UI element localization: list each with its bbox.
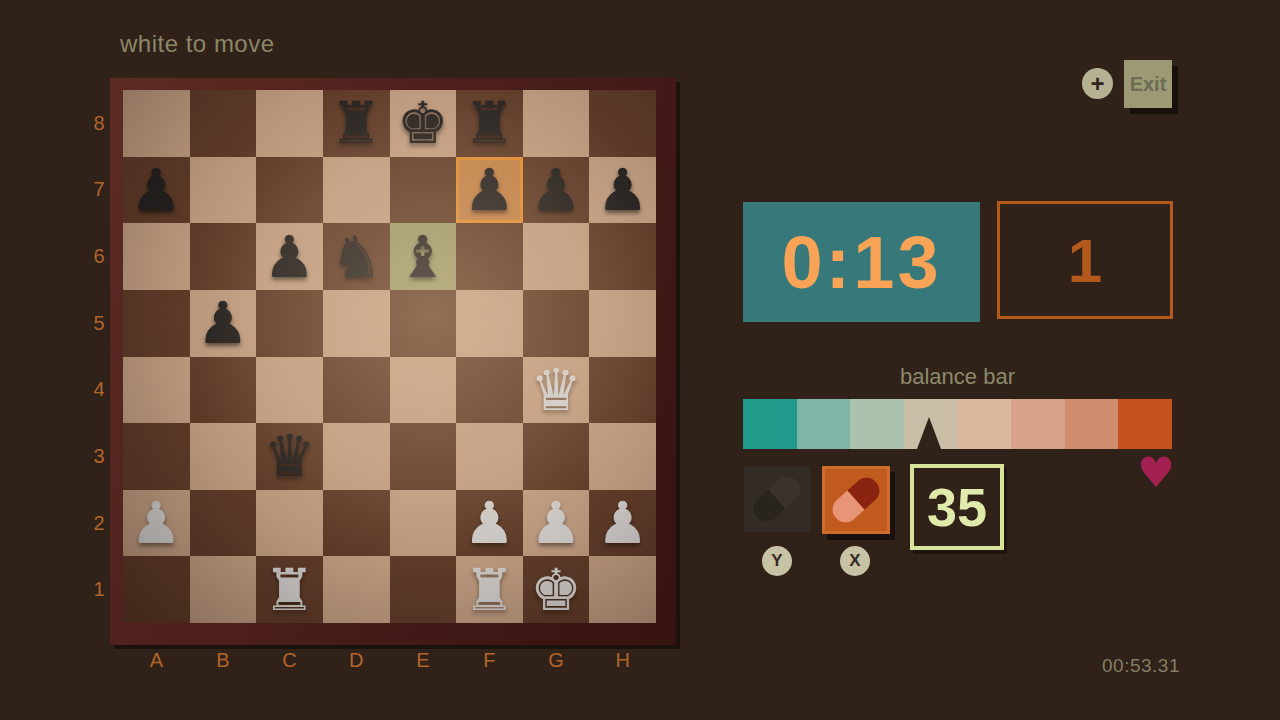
rank-label-1: 1 [88, 556, 110, 623]
square-f8[interactable]: ♜ [456, 90, 523, 157]
square-a6[interactable] [123, 223, 190, 290]
pill-orange-button[interactable] [822, 466, 890, 534]
square-b1[interactable] [190, 556, 257, 623]
square-c7[interactable] [256, 157, 323, 224]
square-a1[interactable] [123, 556, 190, 623]
square-g1[interactable]: ♚ [523, 556, 590, 623]
square-e2[interactable] [390, 490, 457, 557]
square-g5[interactable] [523, 290, 590, 357]
file-labels: ABCDEFGH [123, 648, 656, 672]
square-c5[interactable] [256, 290, 323, 357]
square-h2[interactable]: ♟ [589, 490, 656, 557]
rank-label-6: 6 [88, 223, 110, 290]
square-c1[interactable]: ♜ [256, 556, 323, 623]
square-e6[interactable]: ♝ [390, 223, 457, 290]
square-c2[interactable] [256, 490, 323, 557]
gamepad-y-badge: Y [762, 546, 792, 576]
piece-black-knight-d6[interactable]: ♞ [330, 228, 382, 286]
file-label-g: G [523, 648, 590, 672]
square-b2[interactable] [190, 490, 257, 557]
balance-segment-6 [1011, 399, 1065, 449]
square-g7[interactable]: ♟ [523, 157, 590, 224]
square-c8[interactable] [256, 90, 323, 157]
square-f1[interactable]: ♜ [456, 556, 523, 623]
square-g8[interactable] [523, 90, 590, 157]
rank-label-3: 3 [88, 423, 110, 490]
plus-icon: + [1090, 70, 1104, 98]
square-c6[interactable]: ♟ [256, 223, 323, 290]
rank-label-2: 2 [88, 490, 110, 557]
piece-white-queen-g4[interactable]: ♛ [530, 361, 582, 419]
square-e4[interactable] [390, 357, 457, 424]
piece-black-king-e8[interactable]: ♚ [397, 94, 449, 152]
piece-white-pawn-h2[interactable]: ♟ [597, 494, 649, 552]
piece-black-pawn-b5[interactable]: ♟ [197, 294, 249, 352]
plus-button[interactable]: + [1082, 68, 1113, 99]
rank-label-7: 7 [88, 157, 110, 224]
square-e7[interactable] [390, 157, 457, 224]
square-g6[interactable] [523, 223, 590, 290]
pill-count-value: 35 [927, 476, 987, 538]
square-h3[interactable] [589, 423, 656, 490]
move-clock-value: 0:13 [781, 220, 941, 305]
square-b3[interactable] [190, 423, 257, 490]
move-counter: 1 [997, 201, 1173, 319]
square-h4[interactable] [589, 357, 656, 424]
piece-black-pawn-h7[interactable]: ♟ [597, 161, 649, 219]
chess-board-frame: ♜♚♜♟♟♟♟♟♞♝♟♛♛♟♟♟♟♜♜♚ [110, 78, 676, 645]
square-b6[interactable] [190, 223, 257, 290]
exit-button-label: Exit [1130, 73, 1167, 96]
piece-white-pawn-f2[interactable]: ♟ [463, 494, 515, 552]
pill-count: 35 [910, 464, 1004, 550]
square-g2[interactable]: ♟ [523, 490, 590, 557]
square-d8[interactable]: ♜ [323, 90, 390, 157]
square-e5[interactable] [390, 290, 457, 357]
rank-label-8: 8 [88, 90, 110, 157]
piece-black-bishop-e6[interactable]: ♝ [397, 228, 449, 286]
balance-segment-1 [743, 399, 797, 449]
piece-white-rook-c1[interactable]: ♜ [264, 561, 316, 619]
square-c4[interactable] [256, 357, 323, 424]
square-f3[interactable] [456, 423, 523, 490]
square-d7[interactable] [323, 157, 390, 224]
square-h8[interactable] [589, 90, 656, 157]
piece-white-pawn-g2[interactable]: ♟ [530, 494, 582, 552]
exit-button[interactable]: Exit [1124, 60, 1172, 108]
square-a8[interactable] [123, 90, 190, 157]
pill-dark-icon [748, 471, 806, 526]
square-g4[interactable]: ♛ [523, 357, 590, 424]
piece-black-queen-c3[interactable]: ♛ [264, 427, 316, 485]
piece-black-rook-f8[interactable]: ♜ [463, 94, 515, 152]
square-f6[interactable] [456, 223, 523, 290]
square-g3[interactable] [523, 423, 590, 490]
square-f5[interactable] [456, 290, 523, 357]
balance-segment-3 [850, 399, 904, 449]
gamepad-y-label: Y [771, 551, 782, 571]
gamepad-x-label: X [849, 551, 860, 571]
square-c3[interactable]: ♛ [256, 423, 323, 490]
piece-white-king-g1[interactable]: ♚ [530, 561, 582, 619]
chess-board[interactable]: ♜♚♜♟♟♟♟♟♞♝♟♛♛♟♟♟♟♜♜♚ [123, 90, 656, 623]
balance-segment-5 [958, 399, 1012, 449]
piece-black-pawn-f7[interactable]: ♟ [463, 161, 515, 219]
square-e3[interactable] [390, 423, 457, 490]
file-label-e: E [390, 648, 457, 672]
square-b4[interactable] [190, 357, 257, 424]
piece-white-rook-f1[interactable]: ♜ [463, 561, 515, 619]
square-d1[interactable] [323, 556, 390, 623]
square-f4[interactable] [456, 357, 523, 424]
rank-label-4: 4 [88, 357, 110, 424]
piece-black-rook-d8[interactable]: ♜ [330, 94, 382, 152]
square-h7[interactable]: ♟ [589, 157, 656, 224]
file-label-a: A [123, 648, 190, 672]
rank-labels: 87654321 [88, 90, 110, 623]
gamepad-x-badge: X [840, 546, 870, 576]
square-f2[interactable]: ♟ [456, 490, 523, 557]
file-label-h: H [589, 648, 656, 672]
piece-white-pawn-a2[interactable]: ♟ [130, 494, 182, 552]
file-label-c: C [256, 648, 323, 672]
square-b5[interactable]: ♟ [190, 290, 257, 357]
square-a2[interactable]: ♟ [123, 490, 190, 557]
piece-black-pawn-c6[interactable]: ♟ [264, 228, 316, 286]
piece-black-pawn-g7[interactable]: ♟ [530, 161, 582, 219]
square-h5[interactable] [589, 290, 656, 357]
file-label-f: F [456, 648, 523, 672]
pill-dark-button[interactable] [744, 466, 810, 532]
square-a7[interactable]: ♟ [123, 157, 190, 224]
square-a5[interactable] [123, 290, 190, 357]
file-label-d: D [323, 648, 390, 672]
balance-bar [743, 399, 1172, 449]
balance-bar-label: balance bar [743, 364, 1172, 390]
heart-icon: ♥ [1137, 452, 1175, 494]
piece-black-pawn-a7[interactable]: ♟ [130, 161, 182, 219]
move-clock: 0:13 [743, 202, 980, 322]
square-a4[interactable] [123, 357, 190, 424]
square-d3[interactable] [323, 423, 390, 490]
balance-pointer-icon [917, 417, 941, 449]
balance-segment-2 [797, 399, 851, 449]
square-b8[interactable] [190, 90, 257, 157]
file-label-b: B [190, 648, 257, 672]
move-counter-value: 1 [1068, 225, 1102, 296]
square-b7[interactable] [190, 157, 257, 224]
square-d4[interactable] [323, 357, 390, 424]
session-timer: 00:53.31 [1102, 655, 1180, 677]
square-e1[interactable] [390, 556, 457, 623]
square-d5[interactable] [323, 290, 390, 357]
square-h1[interactable] [589, 556, 656, 623]
rank-label-5: 5 [88, 290, 110, 357]
square-e8[interactable]: ♚ [390, 90, 457, 157]
pill-orange-icon [827, 472, 885, 527]
square-f7[interactable]: ♟ [456, 157, 523, 224]
balance-segment-8 [1118, 399, 1172, 449]
square-d2[interactable] [323, 490, 390, 557]
square-h6[interactable] [589, 223, 656, 290]
square-a3[interactable] [123, 423, 190, 490]
status-white-to-move: white to move [120, 30, 275, 58]
square-d6[interactable]: ♞ [323, 223, 390, 290]
balance-segment-7 [1065, 399, 1119, 449]
